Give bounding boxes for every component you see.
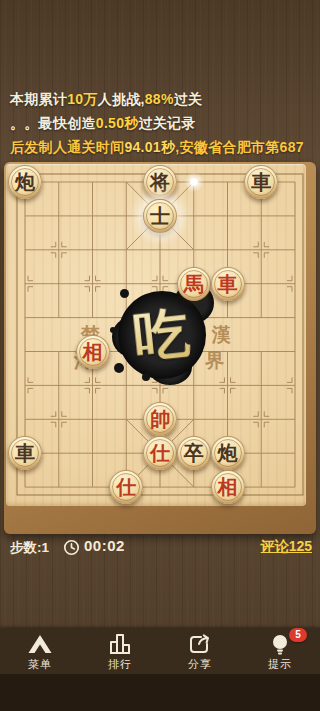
piece-black-将[interactable]: 将: [143, 165, 177, 199]
bottom-strip: [0, 674, 320, 711]
bottom-navbar: 菜单 排行 分享: [0, 628, 320, 674]
capture-ink-splash: 吃: [118, 291, 206, 379]
challenge-stats: 本期累计10万人挑战,88%过关 。。最快创造0.50秒过关记录 后发制人通关时…: [10, 87, 314, 159]
menu-icon: [27, 632, 53, 656]
piece-red-馬[interactable]: 馬: [177, 267, 211, 301]
piece-black-卒[interactable]: 卒: [177, 436, 211, 470]
piece-red-相[interactable]: 相: [211, 470, 245, 504]
share-icon: [187, 632, 213, 656]
move-counter: 步数:1: [10, 539, 49, 557]
board-face: 楚河 漢界 吃 炮将車士馬車相帥車仕卒炮仕相: [6, 164, 306, 506]
nav-ranking-label: 排行: [108, 657, 132, 672]
hint-count-badge: 5: [289, 628, 307, 642]
piece-red-仕[interactable]: 仕: [143, 436, 177, 470]
timer-value: 00:02: [84, 537, 125, 554]
piece-black-炮[interactable]: 炮: [8, 165, 42, 199]
piece-black-車[interactable]: 車: [244, 165, 278, 199]
ranking-icon: [107, 632, 133, 656]
nav-share-button[interactable]: 分享: [160, 628, 240, 674]
piece-black-士[interactable]: 士: [143, 199, 177, 233]
nav-share-label: 分享: [188, 657, 212, 672]
nav-menu-button[interactable]: 菜单: [0, 628, 80, 674]
stats-line-participants: 本期累计10万人挑战,88%过关: [10, 87, 314, 111]
nav-menu-label: 菜单: [28, 657, 52, 672]
piece-red-車[interactable]: 車: [211, 267, 245, 301]
piece-black-炮[interactable]: 炮: [211, 436, 245, 470]
comments-link[interactable]: 评论125: [261, 538, 312, 556]
stats-line-marquee: 后发制人通关时间94.01秒,安徽省合肥市第687: [10, 135, 314, 159]
xiangqi-board[interactable]: 楚河 漢界 吃 炮将車士馬車相帥車仕卒炮仕相: [4, 162, 316, 534]
capture-effect-glyph: 吃: [114, 287, 211, 384]
status-bar: 步数:1 00:02 评论125: [0, 537, 320, 559]
nav-hint-button[interactable]: 提示 5: [240, 628, 320, 674]
last-move-marker: [183, 171, 205, 193]
nav-ranking-button[interactable]: 排行: [80, 628, 160, 674]
stats-line-record: 。。最快创造0.50秒过关记录: [10, 111, 314, 135]
piece-red-相[interactable]: 相: [76, 335, 110, 369]
piece-black-車[interactable]: 車: [8, 436, 42, 470]
clock-icon: [63, 539, 80, 556]
nav-hint-label: 提示: [268, 657, 292, 672]
game-screen: 本期累计10万人挑战,88%过关 。。最快创造0.50秒过关记录 后发制人通关时…: [0, 0, 320, 711]
